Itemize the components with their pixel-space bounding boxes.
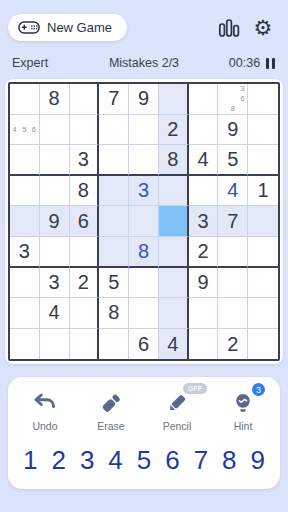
gear-icon: ⚙ (254, 17, 273, 38)
cell-r7c2[interactable]: 3 (40, 268, 70, 299)
board-card: 87936845629384583419637382325948642 (5, 79, 283, 364)
hint-button[interactable]: 3 Hint (210, 390, 276, 432)
settings-button[interactable]: ⚙ (250, 15, 276, 41)
numpad-9[interactable]: 9 (251, 447, 265, 473)
cell-r7c3[interactable]: 2 (70, 268, 100, 299)
stats-button[interactable] (216, 15, 242, 41)
cell-r6c8[interactable] (218, 237, 248, 268)
cell-r2c2[interactable] (40, 115, 70, 146)
difficulty-label: Expert (12, 56, 88, 70)
cell-r6c9[interactable] (248, 237, 278, 268)
cell-r7c5[interactable] (129, 268, 159, 299)
cell-r9c3[interactable] (70, 329, 100, 360)
top-bar: New Game ⚙ (0, 0, 288, 41)
cell-r7c7[interactable]: 9 (189, 268, 219, 299)
cell-r6c1[interactable]: 3 (10, 237, 40, 268)
pencil-button[interactable]: OFF Pencil (144, 390, 210, 432)
eraser-icon (98, 390, 124, 416)
cell-r2c3[interactable] (70, 115, 100, 146)
cell-r8c2[interactable]: 4 (40, 298, 70, 329)
cell-r5c9[interactable] (248, 206, 278, 237)
cell-r5c7[interactable]: 3 (189, 206, 219, 237)
cell-r1c9[interactable] (248, 84, 278, 115)
new-game-label: New Game (47, 20, 112, 35)
numpad-4[interactable]: 4 (108, 447, 122, 473)
cell-r4c2[interactable] (40, 176, 70, 207)
cell-r9c5[interactable]: 6 (129, 329, 159, 360)
cell-r5c5[interactable] (129, 206, 159, 237)
lightbulb-icon: 3 (230, 390, 256, 416)
numpad-3[interactable]: 3 (80, 447, 94, 473)
cell-r8c5[interactable] (129, 298, 159, 329)
cell-r9c7[interactable] (189, 329, 219, 360)
cell-r3c9[interactable] (248, 145, 278, 176)
cell-r8c1[interactable] (10, 298, 40, 329)
cell-r2c8[interactable]: 9 (218, 115, 248, 146)
cell-r3c3[interactable]: 3 (70, 145, 100, 176)
cell-r7c6[interactable] (159, 268, 189, 299)
cell-r8c9[interactable] (248, 298, 278, 329)
cell-r8c7[interactable] (189, 298, 219, 329)
cell-r9c6[interactable]: 4 (159, 329, 189, 360)
cell-r1c7[interactable] (189, 84, 219, 115)
cell-r1c2[interactable]: 8 (40, 84, 70, 115)
sudoku-grid: 87936845629384583419637382325948642 (8, 82, 280, 361)
numpad: 123456789 (12, 447, 276, 473)
pencil-notes: 456 (10, 115, 39, 145)
cell-r2c4[interactable] (99, 115, 129, 146)
numpad-8[interactable]: 8 (222, 447, 236, 473)
hint-count-badge: 3 (252, 383, 265, 396)
cell-r7c8[interactable] (218, 268, 248, 299)
cell-r5c3[interactable]: 6 (70, 206, 100, 237)
cell-r2c6[interactable]: 2 (159, 115, 189, 146)
numpad-6[interactable]: 6 (165, 447, 179, 473)
cell-r1c1[interactable] (10, 84, 40, 115)
numpad-1[interactable]: 1 (23, 447, 37, 473)
status-bar: Expert Mistakes 2/3 00:36 (12, 56, 276, 70)
cell-r3c8[interactable]: 5 (218, 145, 248, 176)
cell-r8c8[interactable] (218, 298, 248, 329)
cell-r3c5[interactable] (129, 145, 159, 176)
timer-value: 00:36 (229, 56, 260, 70)
cell-r4c9[interactable]: 1 (248, 176, 278, 207)
cell-r8c4[interactable]: 8 (99, 298, 129, 329)
cell-r5c1[interactable] (10, 206, 40, 237)
cell-r5c2[interactable]: 9 (40, 206, 70, 237)
pause-button[interactable] (265, 57, 276, 70)
cell-r4c6[interactable] (159, 176, 189, 207)
cell-r4c1[interactable] (10, 176, 40, 207)
undo-icon (32, 390, 58, 416)
cell-r1c8[interactable]: 368 (218, 84, 248, 115)
numpad-2[interactable]: 2 (51, 447, 65, 473)
pencil-icon: OFF (164, 390, 190, 416)
erase-button[interactable]: Erase (78, 390, 144, 432)
cell-r1c6[interactable] (159, 84, 189, 115)
cell-r9c1[interactable] (10, 329, 40, 360)
numpad-5[interactable]: 5 (137, 447, 151, 473)
cell-r6c4[interactable] (99, 237, 129, 268)
cell-r5c6[interactable] (159, 206, 189, 237)
cell-r3c6[interactable]: 8 (159, 145, 189, 176)
cell-r4c7[interactable] (189, 176, 219, 207)
pencil-notes: 368 (218, 84, 247, 114)
cell-r7c9[interactable] (248, 268, 278, 299)
cell-r9c8[interactable]: 2 (218, 329, 248, 360)
undo-button[interactable]: Undo (12, 390, 78, 432)
cell-r8c6[interactable] (159, 298, 189, 329)
cell-r4c5[interactable]: 3 (129, 176, 159, 207)
cell-r6c5[interactable]: 8 (129, 237, 159, 268)
cell-r3c7[interactable]: 4 (189, 145, 219, 176)
cell-r2c1[interactable]: 456 (10, 115, 40, 146)
cell-r3c4[interactable] (99, 145, 129, 176)
cell-r2c7[interactable] (189, 115, 219, 146)
cell-r7c4[interactable]: 5 (99, 268, 129, 299)
cell-r3c1[interactable] (10, 145, 40, 176)
cell-r5c4[interactable] (99, 206, 129, 237)
cell-r3c2[interactable] (40, 145, 70, 176)
cell-r9c9[interactable] (248, 329, 278, 360)
cell-r6c7[interactable]: 2 (189, 237, 219, 268)
pencil-off-badge: OFF (183, 383, 207, 394)
undo-label: Undo (32, 420, 57, 432)
cell-r4c8[interactable]: 4 (218, 176, 248, 207)
pause-icon (266, 58, 269, 69)
cell-r9c2[interactable] (40, 329, 70, 360)
mistakes-label: Mistakes 2/3 (88, 56, 200, 70)
cell-r1c3[interactable] (70, 84, 100, 115)
erase-label: Erase (97, 420, 124, 432)
hint-label: Hint (234, 420, 253, 432)
cell-r6c3[interactable] (70, 237, 100, 268)
gamepad-icon (18, 19, 40, 36)
new-game-button[interactable]: New Game (8, 14, 127, 41)
cell-r4c4[interactable] (99, 176, 129, 207)
cell-r8c3[interactable] (70, 298, 100, 329)
cell-r1c4[interactable]: 7 (99, 84, 129, 115)
cell-r2c5[interactable] (129, 115, 159, 146)
numpad-7[interactable]: 7 (194, 447, 208, 473)
cell-r5c8[interactable]: 7 (218, 206, 248, 237)
cell-r6c6[interactable] (159, 237, 189, 268)
toolbar: Undo Erase OF (12, 390, 276, 432)
cell-r2c9[interactable] (248, 115, 278, 146)
stats-icon (217, 16, 241, 40)
cell-r4c3[interactable]: 8 (70, 176, 100, 207)
cell-r9c4[interactable] (99, 329, 129, 360)
pencil-label: Pencil (163, 420, 192, 432)
control-panel: Undo Erase OF (8, 377, 280, 489)
cell-r7c1[interactable] (10, 268, 40, 299)
cell-r1c5[interactable]: 9 (129, 84, 159, 115)
cell-r6c2[interactable] (40, 237, 70, 268)
